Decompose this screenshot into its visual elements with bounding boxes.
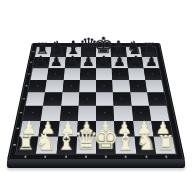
square-d3 — [78, 106, 96, 121]
piece-white-pawn: ♟ — [98, 119, 113, 136]
board-edge — [7, 160, 185, 168]
square-e6 — [96, 68, 112, 80]
square-b1: ♞ — [36, 136, 58, 153]
square-h7: ♟ — [142, 57, 159, 68]
square-h3 — [149, 106, 169, 121]
rank-coordinate-tick-5 — [25, 85, 28, 86]
square-h1: ♜ — [153, 136, 175, 153]
square-h8: ♜ — [140, 47, 157, 57]
square-c1: ♝ — [56, 136, 77, 153]
file-coordinate-tick-c — [65, 155, 67, 158]
square-a3 — [23, 106, 43, 121]
square-g4 — [130, 92, 149, 106]
piece-white-pawn: ♟ — [41, 119, 56, 136]
square-b6 — [47, 68, 64, 80]
square-f1: ♝ — [115, 136, 136, 153]
square-g8: ♞ — [126, 47, 142, 57]
square-a5 — [28, 80, 47, 93]
piece-white-bishop: ♝ — [55, 130, 76, 154]
piece-white-pawn: ♟ — [136, 119, 151, 136]
square-a7: ♟ — [33, 57, 50, 68]
square-e8: ♚ — [96, 47, 111, 57]
square-c2: ♟ — [58, 121, 78, 137]
piece-white-pawn: ♟ — [117, 119, 132, 136]
square-h4 — [147, 92, 167, 106]
file-coordinate-tick-g — [145, 155, 147, 158]
square-e4 — [96, 92, 114, 106]
square-d7: ♟ — [80, 57, 96, 68]
square-a6 — [31, 68, 49, 80]
file-coordinate-tick-d — [85, 155, 87, 158]
square-f4 — [113, 92, 131, 106]
square-a2: ♟ — [20, 121, 41, 137]
square-g1: ♞ — [134, 136, 156, 153]
rank-coordinate-tick-1 — [13, 144, 16, 146]
square-d1: ♛ — [76, 136, 96, 153]
file-coordinate-tick-f — [125, 155, 127, 158]
square-f7: ♟ — [111, 57, 127, 68]
square-g3 — [131, 106, 151, 121]
file-coordinate-tick-a — [24, 155, 26, 158]
piece-white-pawn: ♟ — [79, 119, 94, 136]
square-g2: ♟ — [133, 121, 154, 137]
square-e2: ♟ — [96, 121, 115, 137]
square-e3 — [96, 106, 114, 121]
square-b2: ♟ — [39, 121, 60, 137]
square-b7: ♟ — [49, 57, 66, 68]
chess-board: ♜♞♝♛♚♝♞♜♟♟♟♟♟♟♟♟♟♟♟♟♟♟♟♟♜♞♝♛♚♝♞♜ — [8, 44, 184, 160]
square-g7: ♟ — [127, 57, 144, 68]
square-d5 — [79, 80, 96, 93]
chess-set-photo: ♜♞♝♛♚♝♞♜♟♟♟♟♟♟♟♟♟♟♟♟♟♟♟♟♜♞♝♛♚♝♞♜ — [0, 0, 192, 192]
rank-coordinate-tick-8 — [32, 51, 34, 52]
rank-coordinate-tick-4 — [22, 98, 25, 99]
square-h2: ♟ — [151, 121, 172, 137]
square-c8: ♝ — [65, 47, 81, 57]
square-e1: ♚ — [96, 136, 116, 153]
piece-white-pawn: ♟ — [22, 119, 37, 136]
square-c6 — [63, 68, 80, 80]
square-d6 — [80, 68, 96, 80]
square-c3 — [59, 106, 78, 121]
square-c4 — [61, 92, 79, 106]
square-h5 — [145, 80, 164, 93]
rank-coordinate-tick-7 — [30, 62, 33, 63]
board-grid: ♜♞♝♛♚♝♞♜♟♟♟♟♟♟♟♟♟♟♟♟♟♟♟♟♜♞♝♛♚♝♞♜ — [16, 47, 176, 154]
square-b4 — [43, 92, 62, 106]
square-a4 — [26, 92, 46, 106]
square-f5 — [112, 80, 130, 93]
piece-white-pawn: ♟ — [155, 119, 170, 136]
file-coordinate-tick-h — [165, 155, 167, 158]
square-h6 — [143, 68, 161, 80]
square-d8: ♛ — [81, 47, 96, 57]
piece-white-knight: ♞ — [36, 130, 57, 154]
square-b3 — [41, 106, 61, 121]
square-e5 — [96, 80, 113, 93]
piece-black-queen: ♛ — [79, 36, 98, 57]
piece-white-bishop: ♝ — [115, 130, 136, 154]
square-c7: ♟ — [64, 57, 80, 68]
rank-coordinate-tick-2 — [16, 127, 19, 129]
rank-coordinate-tick-6 — [28, 73, 31, 74]
square-f3 — [114, 106, 133, 121]
square-d2: ♟ — [77, 121, 96, 137]
file-coordinate-tick-b — [44, 155, 46, 158]
piece-white-rook: ♜ — [157, 133, 176, 154]
square-f8: ♝ — [111, 47, 127, 57]
square-c5 — [62, 80, 80, 93]
square-g6 — [128, 68, 145, 80]
piece-white-pawn: ♟ — [60, 119, 75, 136]
piece-black-bishop: ♝ — [65, 39, 81, 57]
square-f2: ♟ — [114, 121, 134, 137]
piece-black-bishop: ♝ — [111, 39, 127, 57]
square-b8: ♞ — [50, 47, 66, 57]
piece-black-rook: ♜ — [142, 41, 156, 57]
piece-white-rook: ♜ — [17, 133, 36, 154]
square-b5 — [45, 80, 63, 93]
square-g5 — [129, 80, 147, 93]
square-d4 — [78, 92, 96, 106]
file-coordinate-tick-e — [105, 155, 107, 158]
square-a1: ♜ — [16, 136, 38, 153]
square-f6 — [112, 68, 129, 80]
square-a8: ♜ — [35, 47, 52, 57]
piece-black-knight: ♞ — [50, 39, 66, 57]
rank-coordinate-tick-3 — [20, 112, 23, 113]
piece-black-rook: ♜ — [36, 41, 50, 57]
square-e7: ♟ — [96, 57, 112, 68]
